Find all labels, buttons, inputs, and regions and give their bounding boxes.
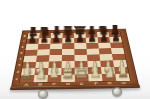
piece-white-knight-b1[interactable]: ♞: [33, 68, 47, 82]
brass-foot-left: [38, 89, 48, 98]
chess-board: ABCDEFGH 87654321 ♜♞♝♛♚♝♞♜♟♟♟♟♟♟♟♟♟♟♟♟♟♟…: [11, 29, 139, 87]
black-pawn-icon: ♟: [100, 28, 109, 43]
piece-white-king-e1[interactable]: ♚: [75, 68, 89, 82]
rank-label-3: 3: [16, 63, 23, 68]
piece-black-pawn-a7[interactable]: ♟: [26, 32, 38, 44]
white-rook-icon: ♜: [117, 59, 130, 81]
piece-black-pawn-e7[interactable]: ♟: [74, 31, 86, 43]
rank-label-5: 5: [18, 50, 25, 55]
black-pawn-icon: ♟: [64, 29, 73, 44]
piece-black-pawn-d7[interactable]: ♟: [62, 31, 74, 43]
black-pawn-icon: ♟: [76, 28, 85, 43]
piece-white-knight-g1[interactable]: ♞: [102, 67, 116, 81]
rank-label-2: 2: [14, 69, 21, 75]
piece-white-rook-a1[interactable]: ♜: [20, 69, 34, 83]
black-pawn-icon: ♟: [112, 28, 121, 43]
black-pawn-icon: ♟: [52, 29, 61, 44]
piece-black-pawn-g7[interactable]: ♟: [98, 31, 110, 43]
brass-foot-right: [112, 87, 122, 96]
piece-white-bishop-f1[interactable]: ♝: [88, 67, 102, 81]
piece-black-pawn-b7[interactable]: ♟: [38, 32, 50, 44]
piece-black-pawn-f7[interactable]: ♟: [86, 31, 98, 43]
piece-black-pawn-c7[interactable]: ♟: [50, 31, 62, 43]
black-pawn-icon: ♟: [28, 29, 37, 44]
white-knight-icon: ♞: [102, 56, 117, 82]
black-pawn-icon: ♟: [40, 29, 49, 44]
black-pawn-icon: ♟: [88, 28, 97, 43]
photo-background: ABCDEFGH 87654321 ♜♞♝♛♚♝♞♜♟♟♟♟♟♟♟♟♟♟♟♟♟♟…: [0, 0, 150, 99]
rank-label-1: 1: [13, 76, 20, 82]
pieces-layer: ♜♞♝♛♚♝♞♜♟♟♟♟♟♟♟♟♟♟♟♟♟♟♟♟♜♞♝♛♚♝♞♜: [20, 32, 130, 83]
rank-label-7: 7: [20, 39, 26, 43]
piece-black-pawn-h7[interactable]: ♟: [110, 30, 122, 42]
chess-set: ABCDEFGH 87654321 ♜♞♝♛♚♝♞♜♟♟♟♟♟♟♟♟♟♟♟♟♟♟…: [0, 0, 150, 99]
piece-white-rook-h1[interactable]: ♜: [116, 67, 130, 81]
rank-label-6: 6: [19, 45, 25, 50]
rank-label-4: 4: [17, 56, 24, 61]
rank-label-8: 8: [21, 34, 27, 38]
